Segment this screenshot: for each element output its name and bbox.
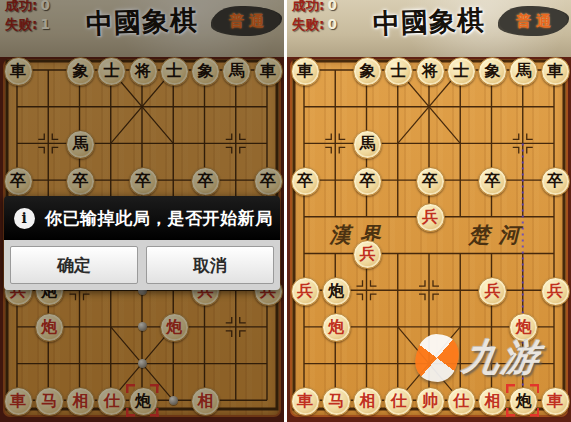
piece-red-cannon[interactable]: 炮: [322, 313, 351, 342]
piece-black-elephant[interactable]: 象: [478, 57, 507, 86]
score-stats: 成功:0 失败:0: [292, 0, 337, 34]
piece-black-advisor[interactable]: 士: [447, 57, 476, 86]
last-move-marker: [506, 384, 539, 417]
piece-black-soldier[interactable]: 卒: [541, 167, 570, 196]
panel-right: 成功:0 失败:0 中國象棋 普通 漢界楚河車象士将士象馬車馬卒卒卒卒卒兵兵兵炮…: [287, 0, 571, 422]
header-right: 成功:0 失败:0 中國象棋 普通: [287, 0, 571, 57]
piece-red-soldier[interactable]: 兵: [353, 240, 382, 269]
piece-red-soldier[interactable]: 兵: [291, 277, 320, 306]
screenshot-root: 成功:0 失败:1 中國象棋 普通 漢界楚河車象士将士象馬車馬卒卒卒卒卒兵炮兵兵…: [0, 0, 571, 422]
piece-black-chariot[interactable]: 車: [541, 57, 570, 86]
piece-red-chariot[interactable]: 車: [291, 387, 320, 416]
piece-black-advisor[interactable]: 士: [384, 57, 413, 86]
piece-red-chariot[interactable]: 車: [541, 387, 570, 416]
cancel-button[interactable]: 取消: [146, 246, 274, 284]
success-value: 0: [327, 0, 336, 13]
piece-black-soldier[interactable]: 卒: [416, 167, 445, 196]
dialog-message: 你已输掉此局，是否开始新局: [45, 207, 273, 230]
success-label: 成功:: [292, 0, 324, 13]
piece-red-advisor[interactable]: 仕: [384, 387, 413, 416]
difficulty-badge[interactable]: 普通: [500, 6, 567, 36]
piece-red-advisor[interactable]: 仕: [447, 387, 476, 416]
info-icon: i: [14, 208, 35, 229]
panel-left: 成功:0 失败:1 中國象棋 普通 漢界楚河車象士将士象馬車馬卒卒卒卒卒兵炮兵兵…: [0, 0, 284, 422]
piece-red-soldier[interactable]: 兵: [416, 203, 445, 232]
piece-red-horse[interactable]: 马: [322, 387, 351, 416]
piece-black-soldier[interactable]: 卒: [353, 167, 382, 196]
piece-black-horse[interactable]: 馬: [509, 57, 538, 86]
piece-red-soldier[interactable]: 兵: [478, 277, 507, 306]
piece-red-soldier[interactable]: 兵: [541, 277, 570, 306]
piece-red-general[interactable]: 帅: [416, 387, 445, 416]
river-label: 河: [498, 222, 524, 247]
piece-black-general[interactable]: 将: [416, 57, 445, 86]
river-label: 漢: [329, 222, 355, 247]
dialog-buttons: 确定 取消: [4, 240, 280, 290]
river-label: 楚: [468, 222, 494, 247]
piece-red-elephant[interactable]: 相: [478, 387, 507, 416]
board-grid: 漢界楚河: [287, 57, 571, 422]
app-title: 中國象棋: [372, 2, 485, 42]
fail-value: 0: [327, 16, 336, 32]
piece-black-elephant[interactable]: 象: [353, 57, 382, 86]
confirm-button[interactable]: 确定: [10, 246, 138, 284]
dialog-message-bar: i 你已输掉此局，是否开始新局: [4, 196, 280, 240]
piece-black-chariot[interactable]: 車: [291, 57, 320, 86]
piece-red-elephant[interactable]: 相: [353, 387, 382, 416]
fail-label: 失败:: [292, 16, 324, 32]
piece-black-cannon[interactable]: 炮: [322, 277, 351, 306]
piece-black-soldier[interactable]: 卒: [478, 167, 507, 196]
xiangqi-board-right: 漢界楚河車象士将士象馬車馬卒卒卒卒卒兵兵兵炮兵兵炮炮車马相仕帅仕相炮車: [287, 57, 571, 422]
board-area-right: 漢界楚河車象士将士象馬車馬卒卒卒卒卒兵兵兵炮兵兵炮炮車马相仕帅仕相炮車: [287, 57, 571, 422]
game-over-dialog: i 你已输掉此局，是否开始新局 确定 取消: [4, 196, 280, 290]
piece-black-horse[interactable]: 馬: [353, 130, 382, 159]
piece-black-soldier[interactable]: 卒: [291, 167, 320, 196]
